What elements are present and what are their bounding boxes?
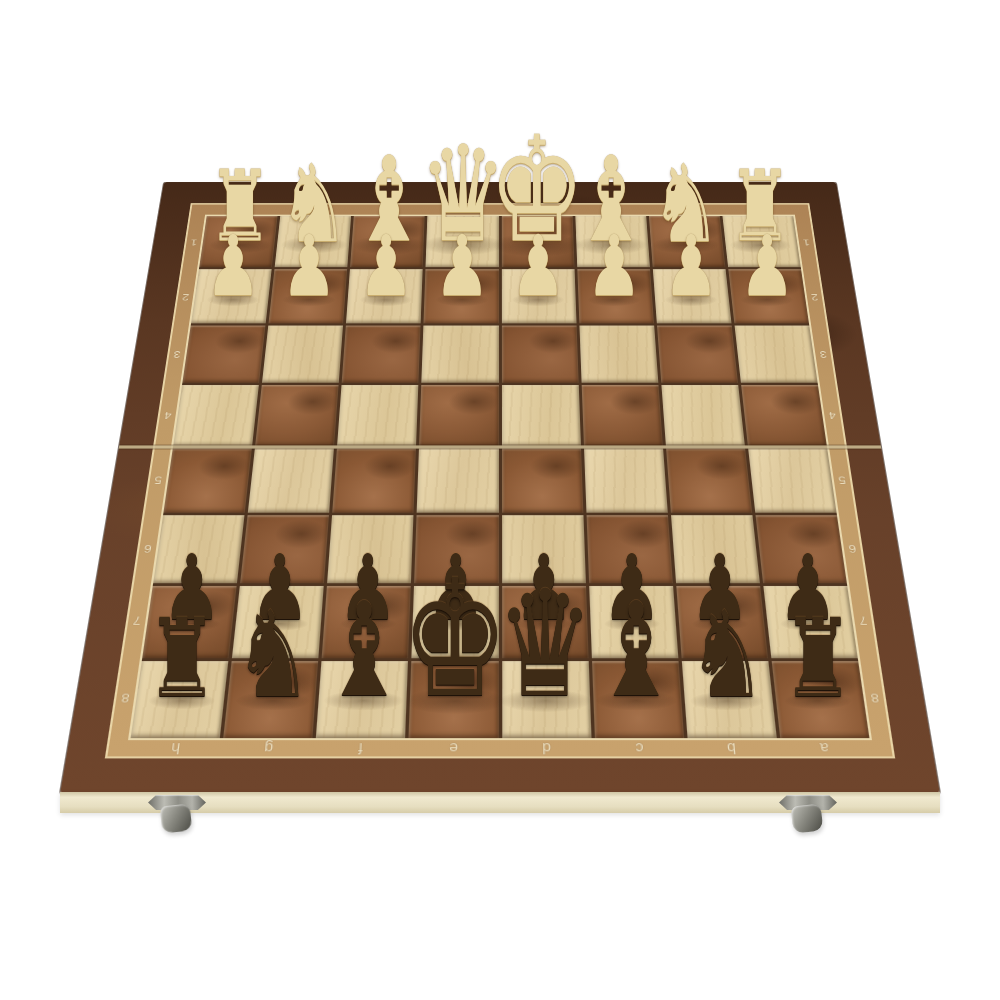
square-f8 — [316, 661, 408, 738]
square-b6 — [671, 515, 760, 583]
square-d1 — [501, 216, 574, 267]
square-e7 — [412, 586, 499, 658]
square-c5 — [584, 448, 668, 512]
square-e8 — [409, 661, 498, 738]
square-b1 — [649, 216, 726, 267]
square-a4 — [741, 385, 827, 446]
square-f2 — [346, 269, 423, 323]
square-f4 — [337, 385, 418, 446]
square-h4 — [173, 385, 259, 446]
square-g6 — [240, 515, 329, 583]
square-h2 — [191, 269, 272, 323]
square-e1 — [426, 216, 499, 267]
square-g3 — [262, 326, 343, 383]
square-g5 — [248, 448, 334, 512]
square-a7 — [763, 586, 858, 658]
square-d7 — [502, 586, 589, 658]
square-f1 — [350, 216, 425, 267]
square-h6 — [153, 515, 244, 583]
square-h1 — [199, 216, 277, 267]
square-g7 — [232, 586, 324, 658]
square-e3 — [422, 326, 499, 383]
square-f5 — [333, 448, 417, 512]
square-b4 — [661, 385, 745, 446]
square-b2 — [653, 269, 732, 323]
chess-set-photo: 1122334455667788hhggffeeddccbbaa ♜♞♝♛♚♝♞… — [0, 0, 1000, 1000]
square-c2 — [577, 269, 654, 323]
square-c8 — [592, 661, 684, 738]
square-d3 — [501, 326, 578, 383]
square-f7 — [322, 586, 411, 658]
square-a3 — [734, 326, 817, 383]
square-a6 — [755, 515, 846, 583]
board-squares-grid — [128, 215, 872, 741]
square-h3 — [182, 326, 265, 383]
square-d5 — [502, 448, 583, 512]
hinge-hook-icon — [160, 804, 193, 834]
square-b5 — [666, 448, 752, 512]
square-g4 — [255, 385, 339, 446]
square-c1 — [575, 216, 650, 267]
square-c6 — [586, 515, 672, 583]
square-h8 — [131, 661, 229, 738]
square-f6 — [327, 515, 413, 583]
square-a5 — [748, 448, 837, 512]
square-h5 — [163, 448, 252, 512]
hinge-hook-icon — [791, 804, 824, 834]
square-e2 — [424, 269, 499, 323]
square-a8 — [772, 661, 870, 738]
square-b3 — [657, 326, 738, 383]
square-e5 — [417, 448, 498, 512]
square-b8 — [682, 661, 777, 738]
square-a2 — [728, 269, 809, 323]
square-c3 — [579, 326, 658, 383]
square-c7 — [589, 586, 678, 658]
square-f3 — [342, 326, 421, 383]
square-e4 — [419, 385, 498, 446]
square-d6 — [502, 515, 586, 583]
square-d8 — [502, 661, 591, 738]
square-d2 — [501, 269, 576, 323]
square-b7 — [676, 586, 768, 658]
chess-board: 1122334455667788hhggffeeddccbbaa — [60, 182, 940, 793]
square-g8 — [223, 661, 318, 738]
square-e6 — [414, 515, 498, 583]
square-g1 — [275, 216, 352, 267]
square-c4 — [581, 385, 662, 446]
fold-seam — [119, 445, 882, 448]
square-d4 — [501, 385, 580, 446]
square-h7 — [142, 586, 237, 658]
square-g2 — [269, 269, 348, 323]
square-a1 — [722, 216, 800, 267]
